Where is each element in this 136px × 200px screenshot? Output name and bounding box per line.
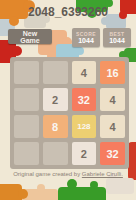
puzzle-piece	[0, 184, 28, 200]
new-game-button[interactable]: New Game	[8, 29, 52, 44]
empty-cell	[14, 115, 39, 138]
tile-128: 128	[72, 115, 97, 138]
best-box: BEST 1044	[103, 28, 131, 47]
tile-4: 4	[100, 115, 125, 138]
tile-32: 32	[72, 88, 97, 111]
empty-cell	[14, 88, 39, 111]
app-title: 2048_6393260	[0, 5, 136, 19]
empty-cell	[14, 142, 39, 165]
tile-16: 16	[100, 61, 125, 84]
board[interactable]: 416232481284232	[10, 57, 129, 169]
attribution-text: Original game created by	[13, 171, 82, 177]
empty-cell	[14, 61, 39, 84]
best-value: 1044	[109, 37, 125, 45]
tile-4: 4	[72, 61, 97, 84]
puzzle-piece	[58, 179, 106, 200]
score-value: 1044	[78, 37, 94, 45]
tile-2: 2	[72, 142, 97, 165]
empty-cell	[43, 61, 68, 84]
empty-cell	[43, 142, 68, 165]
tile-2: 2	[43, 88, 68, 111]
tile-8: 8	[43, 115, 68, 138]
attribution: Original game created by Gabriele Cirull…	[0, 171, 136, 177]
tile-32: 32	[100, 142, 125, 165]
score-box: SCORE 1044	[72, 28, 100, 47]
attribution-link[interactable]: Gabriele Cirulli.	[82, 171, 123, 177]
tile-4: 4	[100, 88, 125, 111]
